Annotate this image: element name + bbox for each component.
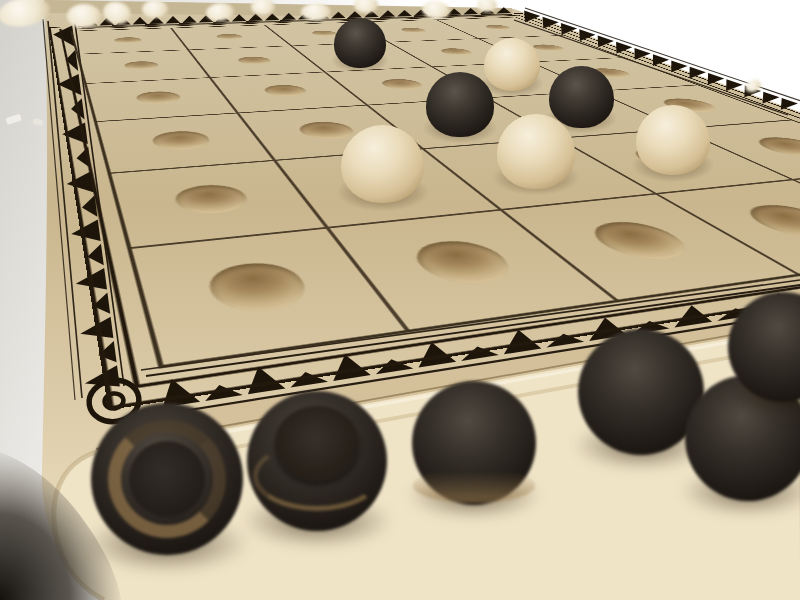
white-piece-r5c2[interactable]: ○ [341, 125, 424, 204]
pit-r5c1 [170, 183, 255, 217]
pit-r6c4 [734, 202, 800, 242]
pit-r3c1 [134, 91, 183, 105]
board-scuff [32, 118, 43, 126]
pit-r5c5 [747, 136, 800, 159]
near-tray-black-piece-1[interactable] [91, 403, 243, 555]
pit-r2c2 [235, 56, 274, 65]
white-piece-r5c4[interactable]: ○ [636, 105, 710, 176]
black-piece-r2c3[interactable]: ● [334, 18, 387, 68]
white-piece-r3c4[interactable]: ○ [484, 38, 540, 91]
pit-r6c2 [403, 238, 525, 288]
black-piece-r4c3[interactable]: ● [426, 72, 494, 137]
pit-r1c5 [482, 25, 515, 30]
pit-r6c3 [579, 219, 704, 264]
near-tray-black-piece-3[interactable] [412, 381, 536, 505]
pit-r2c1 [122, 61, 160, 70]
piece-flat-face [129, 441, 205, 517]
pit-r6c1 [201, 259, 318, 316]
pit-r3c2 [260, 84, 311, 97]
near-tray-black-piece-2[interactable] [247, 391, 387, 531]
far-tray-white-piece-7[interactable] [301, 3, 331, 21]
white-piece-r5c3[interactable]: ○ [497, 114, 575, 188]
pit-r4c2 [293, 120, 360, 140]
pit-r1c4 [398, 27, 430, 33]
pit-r3c3 [377, 78, 429, 90]
board-scuff [5, 114, 21, 125]
pit-r4c1 [149, 130, 214, 152]
far-tray-white-piece-2[interactable] [67, 4, 101, 28]
pit-r1c2 [214, 33, 245, 39]
pit-r2c4 [437, 48, 477, 56]
board-photo: ●○●●○○○ [0, 0, 800, 600]
black-piece-r4c4[interactable]: ● [549, 66, 614, 128]
pit-r1c1 [113, 37, 143, 44]
piece-flat-top [275, 406, 359, 482]
piece-base-flange [413, 468, 535, 503]
far-tray-white-piece-4[interactable] [142, 0, 168, 18]
